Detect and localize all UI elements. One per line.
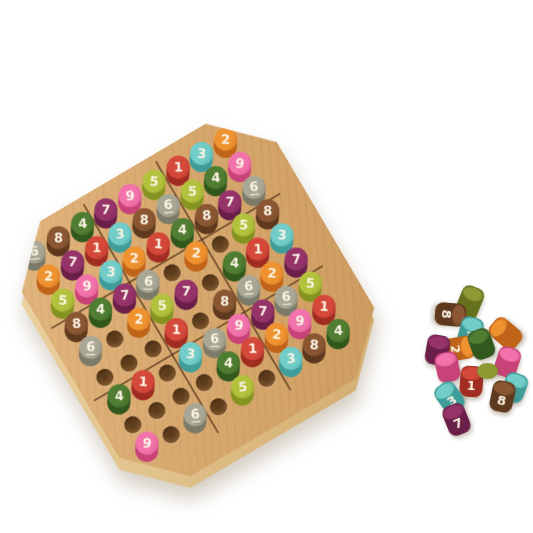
board-surface: 6847951322713865495932148768476258625741…	[0, 97, 401, 502]
peg-digit: 5	[306, 276, 315, 289]
peg-digit: 1	[172, 323, 181, 336]
peg-digit: 1	[153, 236, 163, 250]
loose-peg[interactable]	[433, 350, 462, 384]
peg-digit: 2	[272, 328, 282, 342]
loose-peg[interactable]	[452, 283, 486, 323]
peg-digit: 8	[140, 213, 149, 226]
sudoku-board: 6847951322713865495932148768476258625741…	[0, 97, 401, 502]
peg-digit: 6	[243, 279, 253, 294]
product-photo: 6847951322713865495932148768476258625741…	[0, 0, 533, 533]
peg-hole	[155, 361, 178, 384]
peg-digit: 4	[211, 170, 221, 183]
peg-digit: 5	[239, 218, 249, 232]
peg-digit: 5	[187, 185, 196, 198]
peg-digit: 8	[440, 309, 454, 319]
peg-digit: 3	[277, 228, 287, 242]
peg-digit: 4	[230, 256, 240, 269]
loose-peg-8[interactable]: 8	[434, 301, 467, 327]
peg-digit: 8	[201, 208, 211, 222]
loose-peg[interactable]	[466, 326, 498, 362]
loose-peg[interactable]	[492, 344, 523, 380]
peg-digit: 8	[54, 231, 63, 244]
peg-digit: 7	[292, 252, 302, 265]
peg-digit: 3	[286, 352, 296, 365]
peg-digit: 9	[296, 314, 305, 327]
peg-digit: 4	[178, 223, 187, 236]
peg-digit: 3	[115, 227, 125, 241]
peg-digit: 1	[320, 300, 330, 314]
peg-digit: 9	[125, 189, 135, 202]
peg-digit: 6	[86, 340, 95, 355]
peg-digit: 4	[334, 324, 343, 337]
peg-digit: 6	[249, 179, 259, 194]
peg-digit: 1	[173, 161, 182, 174]
loose-peg[interactable]	[485, 314, 525, 353]
peg-hole	[255, 367, 278, 390]
peg-digit: 5	[158, 299, 168, 313]
loose-peg[interactable]	[477, 363, 498, 379]
peg-digit: 6	[144, 274, 154, 289]
peg-digit: 1	[92, 241, 101, 254]
peg-digit: 9	[234, 318, 244, 332]
peg-digit: 7	[182, 285, 191, 298]
peg-digit: 2	[191, 246, 201, 260]
peg-digit: 2	[268, 266, 277, 279]
peg-digit: 2	[134, 313, 143, 326]
peg-digit: 3	[444, 392, 459, 408]
peg-digit: 3	[463, 328, 475, 343]
peg-digit: 9	[142, 436, 152, 450]
peg-digit: 5	[149, 175, 159, 188]
peg-digit: 7	[120, 289, 130, 302]
peg-hole	[145, 399, 168, 422]
peg-hole	[193, 371, 216, 394]
peg-hole	[103, 328, 126, 351]
peg-digit: 5	[58, 293, 68, 306]
loose-peg-3[interactable]: 3	[455, 314, 485, 350]
peg-digit: 9	[235, 156, 245, 169]
peg-digit: 2	[44, 269, 53, 282]
peg-digit: 6	[190, 408, 200, 423]
peg-digit: 7	[101, 203, 110, 216]
peg-digit: 8	[496, 393, 508, 408]
peg-digit: 4	[114, 389, 124, 402]
peg-hole	[141, 338, 164, 361]
loose-peg-8[interactable]: 8	[488, 378, 517, 413]
peg-digit: 1	[248, 342, 257, 355]
peg-digit: 3	[197, 146, 207, 160]
peg-hole	[159, 423, 182, 446]
peg-digit: 9	[82, 279, 91, 292]
peg-digit: 1	[138, 375, 148, 388]
peg-digit: 7	[226, 194, 235, 207]
peg-digit: 7	[451, 415, 464, 430]
peg-digit: 8	[220, 294, 229, 307]
peg-digit: 6	[281, 289, 291, 304]
peg-digit: 3	[186, 346, 196, 360]
peg-digit: 8	[310, 338, 320, 351]
peg-digit: 7	[67, 255, 77, 269]
peg-digit: 3	[106, 265, 116, 279]
loose-peg[interactable]	[499, 369, 531, 404]
peg-digit: 5	[238, 380, 248, 394]
peg-digit: 4	[224, 356, 234, 369]
peg-digit: 1	[254, 242, 263, 255]
peg-digit: 4	[77, 217, 87, 231]
peg-digit: 2	[130, 251, 139, 264]
peg-digit: 2	[448, 343, 462, 354]
loose-peg-3[interactable]: 3	[431, 378, 468, 417]
loose-peg-7[interactable]: 7	[440, 400, 473, 437]
peg-hole	[207, 395, 230, 418]
peg-digit: 6	[29, 244, 39, 259]
peg-digit: 6	[210, 332, 219, 347]
loose-peg[interactable]	[424, 333, 452, 367]
peg-digit: 2	[221, 132, 230, 145]
peg-digit: 6	[163, 198, 173, 213]
peg-digit: 8	[72, 317, 82, 331]
peg-digit: 7	[258, 304, 267, 317]
peg-digit: 4	[96, 303, 105, 316]
loose-peg-2[interactable]: 2	[442, 334, 477, 362]
loose-peg-1[interactable]: 1	[459, 365, 484, 398]
peg-digit: 8	[264, 204, 273, 217]
peg-digit: 1	[466, 378, 476, 392]
